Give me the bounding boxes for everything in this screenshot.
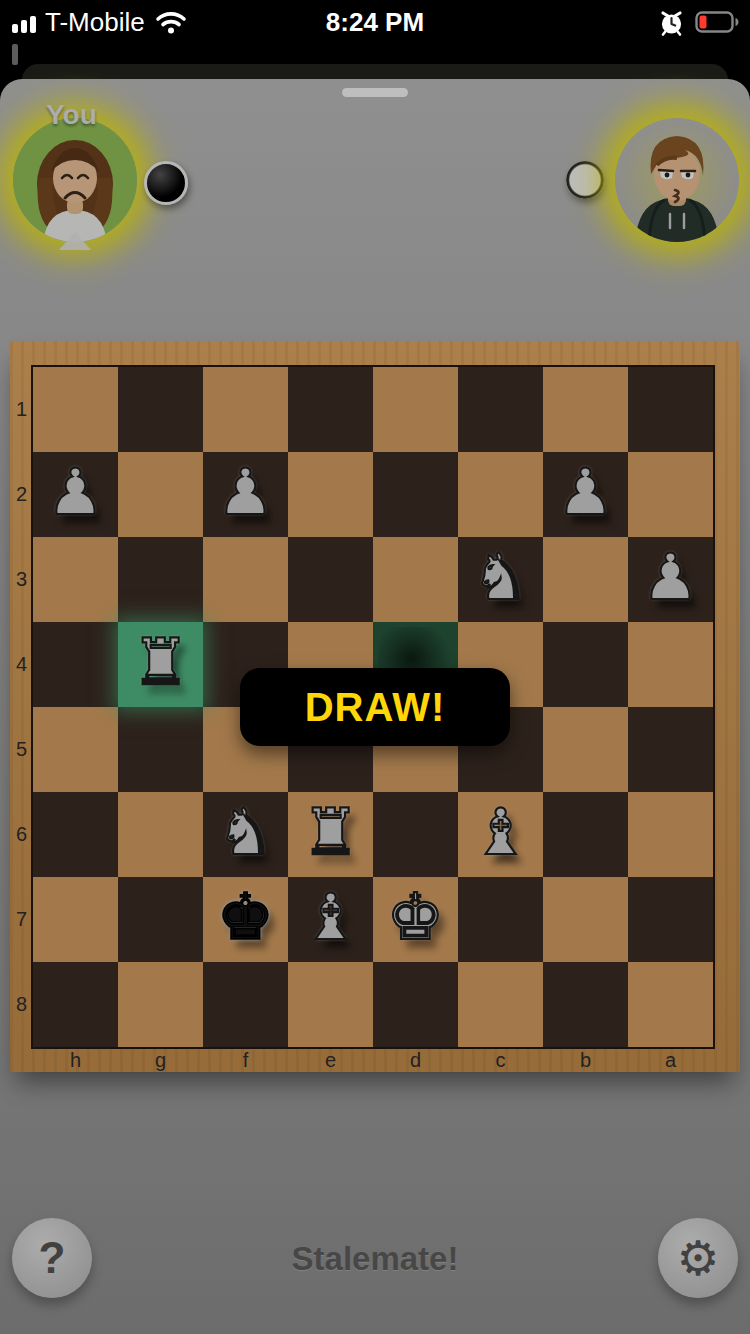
square-e7[interactable]: ♝ — [288, 877, 373, 962]
file-label-h: h — [33, 1048, 118, 1072]
game-status-text: Stalemate! — [0, 1240, 750, 1278]
square-d1[interactable] — [373, 367, 458, 452]
white-rook[interactable]: ♜ — [288, 789, 373, 874]
settings-button[interactable]: ⚙ — [658, 1218, 738, 1298]
you-label: You — [46, 99, 97, 131]
square-h6[interactable] — [33, 792, 118, 877]
gear-icon: ⚙ — [676, 1234, 719, 1282]
square-g8[interactable] — [118, 962, 203, 1047]
square-b3[interactable] — [543, 537, 628, 622]
square-e3[interactable] — [288, 537, 373, 622]
square-d8[interactable] — [373, 962, 458, 1047]
white-pawn[interactable]: ♟ — [203, 449, 288, 534]
white-pawn[interactable]: ♟ — [628, 534, 713, 619]
square-f8[interactable] — [203, 962, 288, 1047]
rank-label-1: 1 — [10, 367, 33, 452]
square-c7[interactable] — [458, 877, 543, 962]
white-stone-opponent — [566, 161, 604, 199]
square-f1[interactable] — [203, 367, 288, 452]
square-b1[interactable] — [543, 367, 628, 452]
rank-label-8: 8 — [10, 962, 33, 1047]
avatar-opponent-annoyed-boy — [615, 118, 739, 242]
square-d2[interactable] — [373, 452, 458, 537]
black-king[interactable]: ♚ — [203, 874, 288, 959]
square-a8[interactable] — [628, 962, 713, 1047]
square-g7[interactable] — [118, 877, 203, 962]
white-king[interactable]: ♚ — [373, 874, 458, 959]
draw-banner: DRAW! — [240, 668, 510, 746]
square-h2[interactable]: ♟ — [33, 452, 118, 537]
square-g5[interactable] — [118, 707, 203, 792]
file-label-e: e — [288, 1048, 373, 1072]
turn-indicator-triangle — [59, 232, 91, 250]
alarm-clock-icon — [658, 9, 685, 36]
square-g6[interactable] — [118, 792, 203, 877]
square-b2[interactable]: ♟ — [543, 452, 628, 537]
square-e1[interactable] — [288, 367, 373, 452]
file-label-f: f — [203, 1048, 288, 1072]
file-label-b: b — [543, 1048, 628, 1072]
square-a2[interactable] — [628, 452, 713, 537]
square-a6[interactable] — [628, 792, 713, 877]
square-e8[interactable] — [288, 962, 373, 1047]
square-b6[interactable] — [543, 792, 628, 877]
file-label-d: d — [373, 1048, 458, 1072]
square-e6[interactable]: ♜ — [288, 792, 373, 877]
square-c1[interactable] — [458, 367, 543, 452]
square-f2[interactable]: ♟ — [203, 452, 288, 537]
white-knight[interactable]: ♞ — [203, 789, 288, 874]
square-f7[interactable]: ♚ — [203, 877, 288, 962]
white-bishop[interactable]: ♝ — [288, 874, 373, 959]
file-label-g: g — [118, 1048, 203, 1072]
square-a7[interactable] — [628, 877, 713, 962]
chess-app-screen: T-Mobile 8:24 PM You — [0, 0, 750, 1334]
white-pawn[interactable]: ♟ — [33, 449, 118, 534]
square-e2[interactable] — [288, 452, 373, 537]
square-d6[interactable] — [373, 792, 458, 877]
square-c3[interactable]: ♞ — [458, 537, 543, 622]
rank-label-3: 3 — [10, 537, 33, 622]
square-h3[interactable] — [33, 537, 118, 622]
status-bar: T-Mobile 8:24 PM — [0, 0, 750, 44]
square-f6[interactable]: ♞ — [203, 792, 288, 877]
square-g3[interactable] — [118, 537, 203, 622]
square-h8[interactable] — [33, 962, 118, 1047]
draw-banner-text: DRAW! — [305, 685, 446, 730]
square-d3[interactable] — [373, 537, 458, 622]
square-g4[interactable]: ♜ — [118, 622, 203, 707]
square-a4[interactable] — [628, 622, 713, 707]
square-b8[interactable] — [543, 962, 628, 1047]
clock-time: 8:24 PM — [0, 0, 750, 44]
white-pawn[interactable]: ♟ — [543, 449, 628, 534]
square-b4[interactable] — [543, 622, 628, 707]
square-a5[interactable] — [628, 707, 713, 792]
white-rook[interactable]: ♜ — [118, 619, 203, 704]
black-stone-you — [144, 161, 188, 205]
square-g1[interactable] — [118, 367, 203, 452]
rank-label-2: 2 — [10, 452, 33, 537]
square-a3[interactable]: ♟ — [628, 537, 713, 622]
square-c8[interactable] — [458, 962, 543, 1047]
avatar-you-sad-woman — [13, 118, 137, 242]
rank-labels: 12345678 — [10, 367, 33, 1047]
square-h5[interactable] — [33, 707, 118, 792]
file-label-c: c — [458, 1048, 543, 1072]
square-h7[interactable] — [33, 877, 118, 962]
sheet-grabber-handle[interactable] — [342, 88, 408, 97]
square-g2[interactable] — [118, 452, 203, 537]
white-bishop[interactable]: ♝ — [458, 789, 543, 874]
square-b7[interactable] — [543, 877, 628, 962]
file-labels: hgfedcba — [33, 1048, 713, 1072]
battery-low-icon — [695, 11, 740, 33]
square-f3[interactable] — [203, 537, 288, 622]
square-d7[interactable]: ♚ — [373, 877, 458, 962]
square-h4[interactable] — [33, 622, 118, 707]
white-knight[interactable]: ♞ — [458, 534, 543, 619]
rank-label-6: 6 — [10, 792, 33, 877]
square-a1[interactable] — [628, 367, 713, 452]
file-label-a: a — [628, 1048, 713, 1072]
rank-label-7: 7 — [10, 877, 33, 962]
rank-label-4: 4 — [10, 622, 33, 707]
square-b5[interactable] — [543, 707, 628, 792]
square-c2[interactable] — [458, 452, 543, 537]
rank-label-5: 5 — [10, 707, 33, 792]
square-c6[interactable]: ♝ — [458, 792, 543, 877]
square-h1[interactable] — [33, 367, 118, 452]
